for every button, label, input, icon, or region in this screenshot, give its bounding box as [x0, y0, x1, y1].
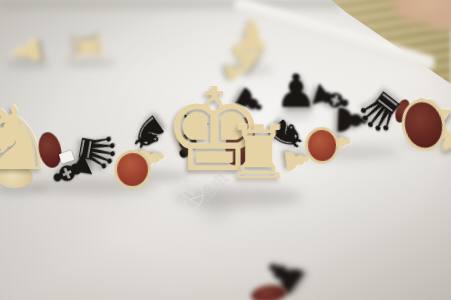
white-pawn-fallen: ♟: [6, 32, 47, 70]
white-rook-fallen: ♜: [68, 29, 109, 66]
white-pawn-fallen: ♟: [279, 144, 315, 177]
photo-chess-pieces-scattered: ♟♜♟♟♟♞♝♛♞♟♝♚♜♟♞♟♟♝♟♛♟♝♟♟ 图虫创意: [0, 0, 451, 300]
